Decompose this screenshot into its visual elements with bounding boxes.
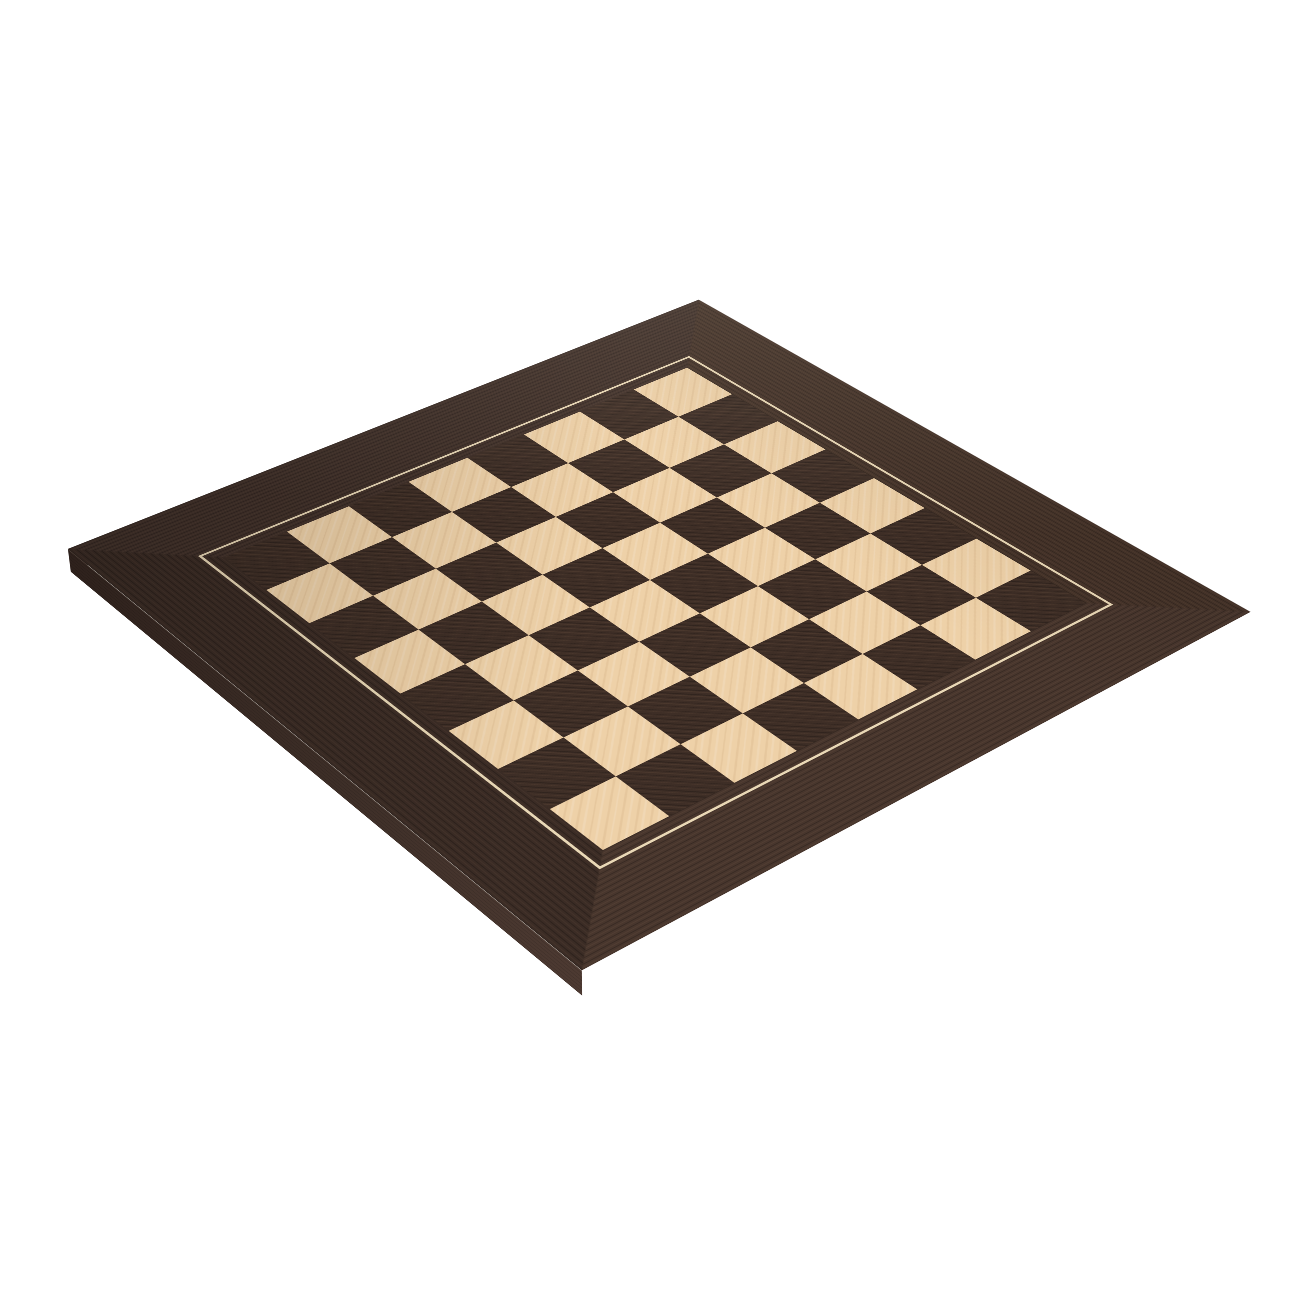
scene — [0, 0, 1300, 1300]
board-top-face — [68, 300, 1251, 971]
chessboard-3d — [68, 300, 1251, 971]
